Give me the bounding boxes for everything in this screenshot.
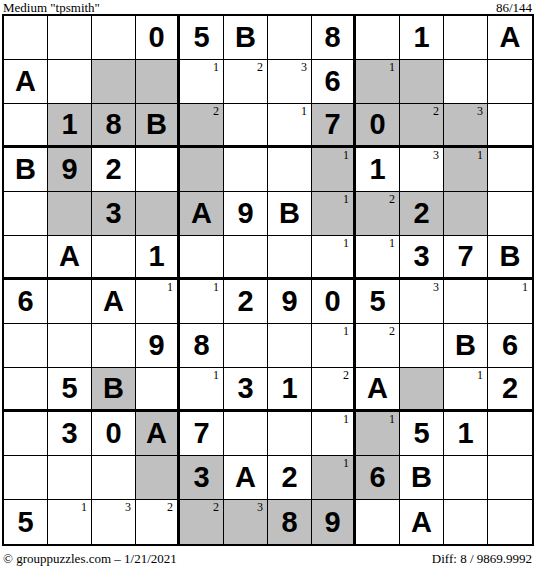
cell-r4c8[interactable]: 1 <box>312 148 356 192</box>
cell-r8c11: B <box>444 324 488 368</box>
pencil-mark: 2 <box>257 61 263 74</box>
cell-r11c2[interactable] <box>48 456 92 500</box>
given-value: A <box>400 500 443 544</box>
cell-r2c6[interactable]: 2 <box>224 60 268 104</box>
cell-r4c3: 2 <box>92 148 136 192</box>
cell-r3c11[interactable]: 3 <box>444 104 488 148</box>
cell-r11c4[interactable] <box>136 456 180 500</box>
cell-r11c6: A <box>224 456 268 500</box>
given-value: A <box>356 368 399 409</box>
footer: © grouppuzzles.com – 1/21/2021 Diff: 8 /… <box>2 551 533 567</box>
cell-r11c10: B <box>400 456 444 500</box>
cell-r10c2: 3 <box>48 412 92 456</box>
cell-r8c6[interactable] <box>224 324 268 368</box>
pencil-mark: 1 <box>81 501 87 514</box>
given-value: B <box>488 236 532 277</box>
cell-r9c3: B <box>92 368 136 412</box>
cell-r1c6: B <box>224 16 268 60</box>
given-value: 3 <box>180 456 223 499</box>
cell-r7c9: 5 <box>356 280 400 324</box>
given-value: B <box>400 456 443 499</box>
cell-r1c8: 8 <box>312 16 356 60</box>
cell-r12c1: 5 <box>4 500 48 544</box>
given-value: 2 <box>488 368 532 409</box>
cell-r9c5[interactable]: 1 <box>180 368 224 412</box>
cell-r3c8: 7 <box>312 104 356 148</box>
cell-r1c12: A <box>488 16 532 60</box>
cell-r12c10: A <box>400 500 444 544</box>
cell-r2c1: A <box>4 60 48 104</box>
cell-r4c7[interactable] <box>268 148 312 192</box>
given-value: 0 <box>136 16 177 59</box>
cell-r12c2[interactable]: 1 <box>48 500 92 544</box>
given-value: 6 <box>488 324 532 367</box>
cell-r10c9[interactable]: 1 <box>356 412 400 456</box>
cell-r12c11[interactable] <box>444 500 488 544</box>
pencil-mark: 1 <box>343 457 349 470</box>
cell-r9c9: A <box>356 368 400 412</box>
cell-r11c8[interactable]: 1 <box>312 456 356 500</box>
cell-r10c1[interactable] <box>4 412 48 456</box>
cell-r3c7[interactable]: 1 <box>268 104 312 148</box>
cell-r2c12[interactable] <box>488 60 532 104</box>
given-value: B <box>92 368 135 409</box>
cell-r1c7[interactable] <box>268 16 312 60</box>
cell-r1c4: 0 <box>136 16 180 60</box>
cell-r3c3: 8 <box>92 104 136 148</box>
cell-r11c5: 3 <box>180 456 224 500</box>
given-value: A <box>4 60 47 103</box>
pencil-mark: 2 <box>433 105 439 118</box>
cell-r12c12[interactable] <box>488 500 532 544</box>
cell-r7c3: A <box>92 280 136 324</box>
given-value: 5 <box>400 412 443 455</box>
cell-r6c11: 7 <box>444 236 488 280</box>
given-value: 8 <box>312 16 353 59</box>
cell-r12c8: 9 <box>312 500 356 544</box>
pencil-mark: 3 <box>433 281 439 294</box>
cell-r7c10[interactable]: 3 <box>400 280 444 324</box>
given-value: 2 <box>268 456 311 499</box>
given-value: 1 <box>48 104 91 145</box>
cell-r9c7: 1 <box>268 368 312 412</box>
cell-r4c10[interactable]: 3 <box>400 148 444 192</box>
given-value: 5 <box>180 16 223 59</box>
cell-r4c4[interactable] <box>136 148 180 192</box>
pencil-mark: 2 <box>343 369 349 382</box>
pencil-mark: 1 <box>477 149 483 162</box>
cell-r10c10: 5 <box>400 412 444 456</box>
given-value: 1 <box>136 236 177 277</box>
cell-r2c9[interactable]: 1 <box>356 60 400 104</box>
cell-r9c8[interactable]: 2 <box>312 368 356 412</box>
cell-r1c5: 5 <box>180 16 224 60</box>
given-value: 9 <box>48 148 91 191</box>
cell-r7c4[interactable]: 1 <box>136 280 180 324</box>
cell-r7c7: 9 <box>268 280 312 324</box>
cell-r10c11: 1 <box>444 412 488 456</box>
cell-r6c5[interactable] <box>180 236 224 280</box>
cell-r4c11[interactable]: 1 <box>444 148 488 192</box>
cell-r12c4[interactable]: 2 <box>136 500 180 544</box>
cell-r8c3[interactable] <box>92 324 136 368</box>
pencil-mark: 3 <box>477 105 483 118</box>
difficulty-text: Diff: 8 / 9869.9992 <box>432 551 532 567</box>
given-value: 5 <box>356 280 399 323</box>
cell-r8c9[interactable]: 2 <box>356 324 400 368</box>
cell-r4c2: 9 <box>48 148 92 192</box>
cell-r6c3[interactable] <box>92 236 136 280</box>
cell-r2c5[interactable]: 1 <box>180 60 224 104</box>
puzzle-page: Medium "tpsmith" 86/144 05B81AA1236118B2… <box>0 0 535 567</box>
pencil-mark: 2 <box>167 501 173 514</box>
cell-r3c10[interactable]: 2 <box>400 104 444 148</box>
given-value: 5 <box>48 368 91 409</box>
given-value: B <box>268 192 311 235</box>
cell-r9c12: 2 <box>488 368 532 412</box>
cell-r10c3: 0 <box>92 412 136 456</box>
cell-r2c7[interactable]: 3 <box>268 60 312 104</box>
cell-r11c3[interactable] <box>92 456 136 500</box>
cell-r3c2: 1 <box>48 104 92 148</box>
cell-r4c5[interactable] <box>180 148 224 192</box>
cell-r7c1: 6 <box>4 280 48 324</box>
pencil-mark: 3 <box>433 149 439 162</box>
cell-r10c6[interactable] <box>224 412 268 456</box>
cell-r9c6: 3 <box>224 368 268 412</box>
given-value: 8 <box>180 324 223 367</box>
cell-r5c12[interactable] <box>488 192 532 236</box>
cell-r8c4: 9 <box>136 324 180 368</box>
cell-r10c4: A <box>136 412 180 456</box>
given-value: A <box>92 280 135 323</box>
pencil-mark: 2 <box>213 105 219 118</box>
given-value: A <box>48 236 91 277</box>
pencil-mark: 1 <box>477 369 483 382</box>
given-value: 9 <box>136 324 177 367</box>
cell-r2c8: 6 <box>312 60 356 104</box>
given-value: 3 <box>92 192 135 235</box>
cell-r6c6[interactable] <box>224 236 268 280</box>
header: Medium "tpsmith" 86/144 <box>2 1 533 14</box>
cell-r5c2[interactable] <box>48 192 92 236</box>
cell-r4c6[interactable] <box>224 148 268 192</box>
given-value: 8 <box>92 104 135 145</box>
given-value: 1 <box>444 412 487 455</box>
cell-r11c7: 2 <box>268 456 312 500</box>
copyright-text: © grouppuzzles.com – 1/21/2021 <box>3 551 177 567</box>
given-value: 6 <box>356 456 399 499</box>
given-value: 9 <box>268 280 311 323</box>
cell-r8c7[interactable] <box>268 324 312 368</box>
cell-r10c5: 7 <box>180 412 224 456</box>
cell-r3c6[interactable] <box>224 104 268 148</box>
given-value: 0 <box>312 280 353 323</box>
given-value: 8 <box>268 500 311 544</box>
pencil-mark: 2 <box>389 325 395 338</box>
cell-r5c10: 2 <box>400 192 444 236</box>
cell-r9c11[interactable]: 1 <box>444 368 488 412</box>
cell-r7c2[interactable] <box>48 280 92 324</box>
given-value: B <box>224 16 267 59</box>
given-value: 7 <box>444 236 487 277</box>
cell-r12c3[interactable]: 3 <box>92 500 136 544</box>
cell-r8c1[interactable] <box>4 324 48 368</box>
cell-r3c1[interactable] <box>4 104 48 148</box>
cell-r7c5[interactable]: 1 <box>180 280 224 324</box>
cell-r1c2[interactable] <box>48 16 92 60</box>
cell-r5c3: 3 <box>92 192 136 236</box>
cell-r2c10[interactable] <box>400 60 444 104</box>
cell-r3c9: 0 <box>356 104 400 148</box>
cell-r12c5[interactable]: 2 <box>180 500 224 544</box>
cell-r5c6: 9 <box>224 192 268 236</box>
cell-r2c4[interactable] <box>136 60 180 104</box>
pencil-mark: 1 <box>389 61 395 74</box>
pencil-mark: 2 <box>389 193 395 206</box>
given-value: 9 <box>312 500 353 544</box>
pencil-mark: 2 <box>213 501 219 514</box>
cell-r6c4: 1 <box>136 236 180 280</box>
given-value: 2 <box>92 148 135 191</box>
cell-r11c11[interactable] <box>444 456 488 500</box>
cell-r8c8[interactable]: 1 <box>312 324 356 368</box>
cell-r9c10[interactable] <box>400 368 444 412</box>
puzzle-title: Medium "tpsmith" <box>3 1 100 14</box>
cell-r6c8[interactable]: 1 <box>312 236 356 280</box>
given-value: 3 <box>48 412 91 455</box>
cell-r5c9[interactable]: 2 <box>356 192 400 236</box>
cell-r1c10: 1 <box>400 16 444 60</box>
given-value: 1 <box>356 148 399 191</box>
pencil-mark: 1 <box>343 325 349 338</box>
pencil-mark: 1 <box>167 281 173 294</box>
pencil-mark: 1 <box>343 413 349 426</box>
pencil-mark: 3 <box>125 501 131 514</box>
cell-r3c5[interactable]: 2 <box>180 104 224 148</box>
pencil-mark: 1 <box>213 369 219 382</box>
cell-r6c1[interactable] <box>4 236 48 280</box>
cell-r5c4[interactable] <box>136 192 180 236</box>
cell-r12c6[interactable]: 3 <box>224 500 268 544</box>
cell-r3c4: B <box>136 104 180 148</box>
pencil-mark: 1 <box>343 193 349 206</box>
pencil-mark: 1 <box>213 281 219 294</box>
cell-r5c11[interactable] <box>444 192 488 236</box>
cell-r6c10: 3 <box>400 236 444 280</box>
cell-r12c9[interactable] <box>356 500 400 544</box>
cell-r11c1[interactable] <box>4 456 48 500</box>
progress-counter: 86/144 <box>496 1 532 14</box>
given-value: 2 <box>224 280 267 323</box>
given-value: 6 <box>312 60 353 103</box>
given-value: A <box>224 456 267 499</box>
cell-r1c9[interactable] <box>356 16 400 60</box>
given-value: 5 <box>4 500 47 544</box>
cell-r1c1[interactable] <box>4 16 48 60</box>
cell-r7c11[interactable] <box>444 280 488 324</box>
pencil-mark: 1 <box>522 281 528 294</box>
cell-r8c2[interactable] <box>48 324 92 368</box>
cell-r3c12[interactable] <box>488 104 532 148</box>
cell-r2c11[interactable] <box>444 60 488 104</box>
given-value: 9 <box>224 192 267 235</box>
cell-r11c12[interactable] <box>488 456 532 500</box>
cell-r5c7: B <box>268 192 312 236</box>
cell-r4c12[interactable] <box>488 148 532 192</box>
cell-r8c12: 6 <box>488 324 532 368</box>
pencil-mark: 1 <box>389 237 395 250</box>
cell-r7c8: 0 <box>312 280 356 324</box>
pencil-mark: 3 <box>257 501 263 514</box>
cell-r11c9: 6 <box>356 456 400 500</box>
cell-r6c2: A <box>48 236 92 280</box>
cell-r5c5: A <box>180 192 224 236</box>
cell-r5c1[interactable] <box>4 192 48 236</box>
cell-r10c12[interactable] <box>488 412 532 456</box>
given-value: 0 <box>92 412 135 455</box>
pencil-mark: 1 <box>343 237 349 250</box>
cell-r6c7[interactable] <box>268 236 312 280</box>
cell-r1c11[interactable] <box>444 16 488 60</box>
cell-r6c9[interactable]: 1 <box>356 236 400 280</box>
given-value: A <box>488 16 532 59</box>
given-value: 3 <box>224 368 267 409</box>
cell-r9c2: 5 <box>48 368 92 412</box>
given-value: 7 <box>180 412 223 455</box>
given-value: 7 <box>312 104 353 145</box>
cell-r2c3[interactable] <box>92 60 136 104</box>
given-value: 0 <box>356 104 399 145</box>
cell-r8c5: 8 <box>180 324 224 368</box>
given-value: B <box>444 324 487 367</box>
pencil-mark: 3 <box>301 61 307 74</box>
pencil-mark: 1 <box>213 61 219 74</box>
given-value: 3 <box>400 236 443 277</box>
cell-r4c1: B <box>4 148 48 192</box>
cell-r7c6: 2 <box>224 280 268 324</box>
cell-r5c8[interactable]: 1 <box>312 192 356 236</box>
cell-r10c7[interactable] <box>268 412 312 456</box>
given-value: 6 <box>4 280 47 323</box>
sudoku-grid: 05B81AA1236118B217023B9211313A9B122A1113… <box>2 14 534 546</box>
given-value: B <box>136 104 177 145</box>
cell-r9c1[interactable] <box>4 368 48 412</box>
cell-r1c3[interactable] <box>92 16 136 60</box>
pencil-mark: 1 <box>343 149 349 162</box>
given-value: A <box>136 412 177 455</box>
given-value: 2 <box>400 192 443 235</box>
cell-r12c7: 8 <box>268 500 312 544</box>
cell-r8c10[interactable] <box>400 324 444 368</box>
given-value: 1 <box>400 16 443 59</box>
cell-r6c12: B <box>488 236 532 280</box>
pencil-mark: 1 <box>301 105 307 118</box>
pencil-mark: 1 <box>389 413 395 426</box>
cell-r2c2[interactable] <box>48 60 92 104</box>
cell-r4c9: 1 <box>356 148 400 192</box>
cell-r7c12[interactable]: 1 <box>488 280 532 324</box>
given-value: A <box>180 192 223 235</box>
cell-r9c4[interactable] <box>136 368 180 412</box>
given-value: 1 <box>268 368 311 409</box>
given-value: B <box>4 148 47 191</box>
cell-r10c8[interactable]: 1 <box>312 412 356 456</box>
